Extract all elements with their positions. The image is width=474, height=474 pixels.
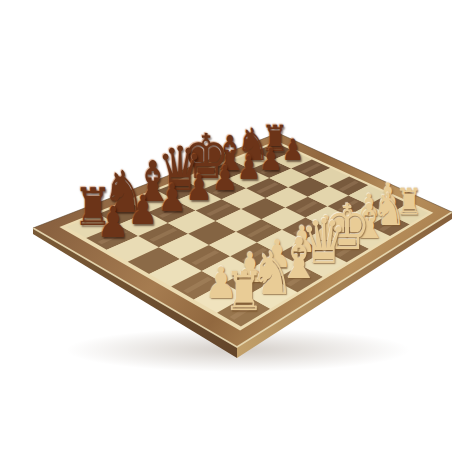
chess-board (0, 0, 474, 474)
chess-set-photo: ♜♞♝♛♚♝♞♜♟♟♟♟♟♟♟♟♟♟♟♟♟♟♟♟♜♞♝♛♚♝♞♜ (0, 0, 474, 474)
